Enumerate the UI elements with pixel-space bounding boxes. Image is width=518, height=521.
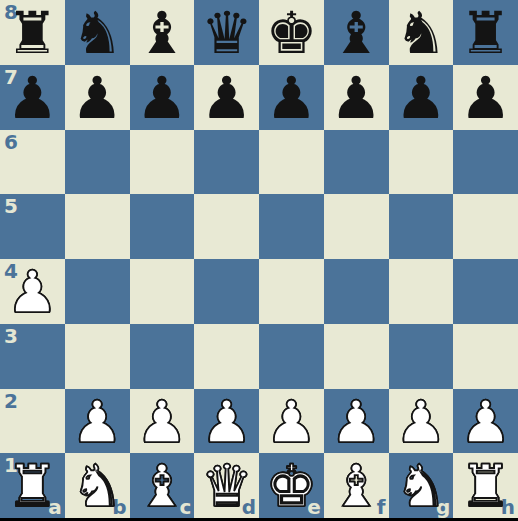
square-c2[interactable]: ♟ (130, 389, 195, 454)
square-a7[interactable]: 7♟ (0, 65, 65, 130)
square-b6[interactable] (65, 130, 130, 195)
chess-board: 8♜♞♝♛♚♝♞♜7♟♟♟♟♟♟♟♟654♟32♟♟♟♟♟♟♟1a♜b♞c♝d♛… (0, 0, 518, 521)
square-g6[interactable] (389, 130, 454, 195)
square-h8[interactable]: ♜ (453, 0, 518, 65)
black-pawn-a7[interactable]: ♟ (0, 65, 65, 130)
square-b2[interactable]: ♟ (65, 389, 130, 454)
black-king-e8[interactable]: ♚ (259, 0, 324, 65)
chess-app: 8♜♞♝♛♚♝♞♜7♟♟♟♟♟♟♟♟654♟32♟♟♟♟♟♟♟1a♜b♞c♝d♛… (0, 0, 518, 521)
square-h6[interactable] (453, 130, 518, 195)
square-c6[interactable] (130, 130, 195, 195)
square-h1[interactable]: h♜ (453, 453, 518, 518)
black-pawn-b7[interactable]: ♟ (65, 65, 130, 130)
rank-label-2: 2 (4, 391, 18, 411)
square-h2[interactable]: ♟ (453, 389, 518, 454)
black-rook-a8[interactable]: ♜ (0, 0, 65, 65)
white-pawn-g2[interactable]: ♟ (389, 389, 454, 454)
square-h7[interactable]: ♟ (453, 65, 518, 130)
square-d7[interactable]: ♟ (194, 65, 259, 130)
square-f3[interactable] (324, 324, 389, 389)
black-knight-b8[interactable]: ♞ (65, 0, 130, 65)
square-e1[interactable]: e♚ (259, 453, 324, 518)
square-c3[interactable] (130, 324, 195, 389)
black-queen-d8[interactable]: ♛ (194, 0, 259, 65)
white-pawn-h2[interactable]: ♟ (453, 389, 518, 454)
square-h5[interactable] (453, 194, 518, 259)
square-b5[interactable] (65, 194, 130, 259)
square-c4[interactable] (130, 259, 195, 324)
square-a5[interactable]: 5 (0, 194, 65, 259)
white-knight-b1[interactable]: ♞ (65, 453, 130, 518)
square-e7[interactable]: ♟ (259, 65, 324, 130)
square-e6[interactable] (259, 130, 324, 195)
square-d4[interactable] (194, 259, 259, 324)
black-pawn-h7[interactable]: ♟ (453, 65, 518, 130)
black-pawn-d7[interactable]: ♟ (194, 65, 259, 130)
square-c8[interactable]: ♝ (130, 0, 195, 65)
square-b1[interactable]: b♞ (65, 453, 130, 518)
black-pawn-e7[interactable]: ♟ (259, 65, 324, 130)
white-queen-d1[interactable]: ♛ (194, 453, 259, 518)
white-pawn-c2[interactable]: ♟ (130, 389, 195, 454)
square-c7[interactable]: ♟ (130, 65, 195, 130)
black-knight-g8[interactable]: ♞ (389, 0, 454, 65)
square-g2[interactable]: ♟ (389, 389, 454, 454)
white-pawn-a4[interactable]: ♟ (0, 259, 65, 324)
square-d3[interactable] (194, 324, 259, 389)
square-d2[interactable]: ♟ (194, 389, 259, 454)
black-pawn-g7[interactable]: ♟ (389, 65, 454, 130)
square-a8[interactable]: 8♜ (0, 0, 65, 65)
square-e2[interactable]: ♟ (259, 389, 324, 454)
white-bishop-c1[interactable]: ♝ (130, 453, 195, 518)
square-a1[interactable]: 1a♜ (0, 453, 65, 518)
square-h4[interactable] (453, 259, 518, 324)
square-c1[interactable]: c♝ (130, 453, 195, 518)
square-f5[interactable] (324, 194, 389, 259)
square-e3[interactable] (259, 324, 324, 389)
square-a6[interactable]: 6 (0, 130, 65, 195)
square-d8[interactable]: ♛ (194, 0, 259, 65)
square-b7[interactable]: ♟ (65, 65, 130, 130)
square-b8[interactable]: ♞ (65, 0, 130, 65)
square-e8[interactable]: ♚ (259, 0, 324, 65)
white-rook-h1[interactable]: ♜ (453, 453, 518, 518)
square-f7[interactable]: ♟ (324, 65, 389, 130)
white-bishop-f1[interactable]: ♝ (324, 453, 389, 518)
square-c5[interactable] (130, 194, 195, 259)
white-pawn-e2[interactable]: ♟ (259, 389, 324, 454)
square-a3[interactable]: 3 (0, 324, 65, 389)
square-e5[interactable] (259, 194, 324, 259)
square-g1[interactable]: g♞ (389, 453, 454, 518)
white-rook-a1[interactable]: ♜ (0, 453, 65, 518)
black-bishop-c8[interactable]: ♝ (130, 0, 195, 65)
square-f8[interactable]: ♝ (324, 0, 389, 65)
square-d6[interactable] (194, 130, 259, 195)
black-rook-h8[interactable]: ♜ (453, 0, 518, 65)
square-d1[interactable]: d♛ (194, 453, 259, 518)
square-f2[interactable]: ♟ (324, 389, 389, 454)
square-f6[interactable] (324, 130, 389, 195)
white-pawn-b2[interactable]: ♟ (65, 389, 130, 454)
square-a4[interactable]: 4♟ (0, 259, 65, 324)
black-pawn-c7[interactable]: ♟ (130, 65, 195, 130)
square-g5[interactable] (389, 194, 454, 259)
square-f4[interactable] (324, 259, 389, 324)
square-b3[interactable] (65, 324, 130, 389)
square-f1[interactable]: f♝ (324, 453, 389, 518)
rank-label-5: 5 (4, 196, 18, 216)
square-g8[interactable]: ♞ (389, 0, 454, 65)
square-h3[interactable] (453, 324, 518, 389)
rank-label-6: 6 (4, 132, 18, 152)
black-bishop-f8[interactable]: ♝ (324, 0, 389, 65)
black-pawn-f7[interactable]: ♟ (324, 65, 389, 130)
square-g7[interactable]: ♟ (389, 65, 454, 130)
white-king-e1[interactable]: ♚ (259, 453, 324, 518)
square-b4[interactable] (65, 259, 130, 324)
white-pawn-f2[interactable]: ♟ (324, 389, 389, 454)
white-knight-g1[interactable]: ♞ (389, 453, 454, 518)
square-g4[interactable] (389, 259, 454, 324)
rank-label-3: 3 (4, 326, 18, 346)
white-pawn-d2[interactable]: ♟ (194, 389, 259, 454)
square-g3[interactable] (389, 324, 454, 389)
square-a2[interactable]: 2 (0, 389, 65, 454)
square-e4[interactable] (259, 259, 324, 324)
square-d5[interactable] (194, 194, 259, 259)
